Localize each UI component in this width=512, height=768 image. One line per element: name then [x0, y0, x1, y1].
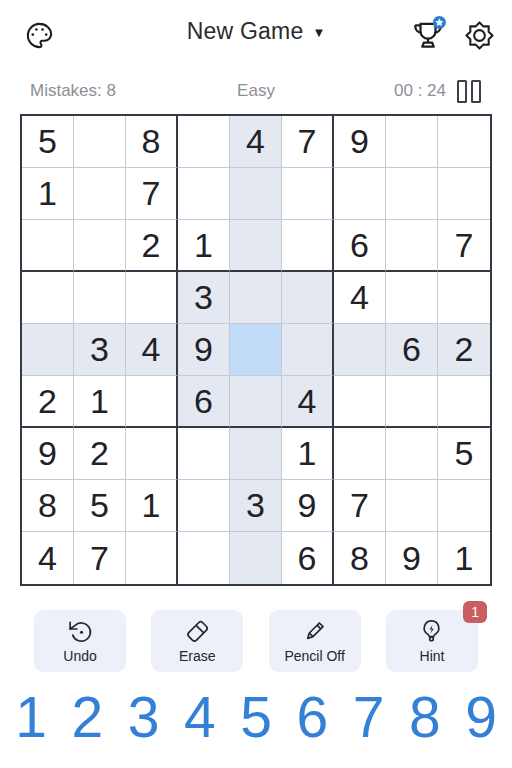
cell-r4c6[interactable]	[282, 272, 334, 324]
trophy-button[interactable]	[407, 15, 449, 55]
cell-r1c6[interactable]: 7	[282, 116, 334, 168]
cell-r1c7[interactable]: 9	[334, 116, 386, 168]
cell-r5c9[interactable]: 2	[438, 324, 490, 376]
cell-r1c3[interactable]: 8	[126, 116, 178, 168]
cell-r1c2[interactable]	[74, 116, 126, 168]
cell-r2c9[interactable]	[438, 168, 490, 220]
cell-r6c2[interactable]: 1	[74, 376, 126, 428]
cell-r8c3[interactable]: 1	[126, 480, 178, 532]
page-title: New Game	[187, 18, 304, 45]
cell-r7c6[interactable]: 1	[282, 428, 334, 480]
cell-r8c4[interactable]	[178, 480, 230, 532]
cell-r4c8[interactable]	[386, 272, 438, 324]
hint-button[interactable]: 1 Hint	[386, 610, 478, 672]
cell-r4c2[interactable]	[74, 272, 126, 324]
cell-r3c9[interactable]: 7	[438, 220, 490, 272]
cell-r5c7[interactable]	[334, 324, 386, 376]
cell-r4c9[interactable]	[438, 272, 490, 324]
number-pad: 123456789	[0, 686, 512, 748]
cell-r4c3[interactable]	[126, 272, 178, 324]
cell-r4c1[interactable]	[22, 272, 74, 324]
cell-r2c5[interactable]	[230, 168, 282, 220]
trophy-star-icon	[407, 15, 449, 55]
cell-r6c9[interactable]	[438, 376, 490, 428]
numpad-key-8[interactable]: 8	[408, 686, 442, 748]
cell-r5c1[interactable]	[22, 324, 74, 376]
numpad-key-9[interactable]: 9	[464, 686, 498, 748]
cell-r5c6[interactable]	[282, 324, 334, 376]
cell-r5c2[interactable]: 3	[74, 324, 126, 376]
difficulty-label: Easy	[237, 81, 275, 101]
hint-label: Hint	[420, 648, 445, 664]
erase-label: Erase	[179, 648, 216, 664]
numpad-key-6[interactable]: 6	[295, 686, 329, 748]
gear-icon	[463, 19, 496, 52]
numpad-key-7[interactable]: 7	[352, 686, 386, 748]
cell-r8c1[interactable]: 8	[22, 480, 74, 532]
cell-r7c9[interactable]: 5	[438, 428, 490, 480]
cell-r2c1[interactable]: 1	[22, 168, 74, 220]
cell-r3c1[interactable]	[22, 220, 74, 272]
status-bar: Mistakes: 8 Easy 00 : 24	[0, 78, 512, 104]
cell-r2c8[interactable]	[386, 168, 438, 220]
cell-r7c7[interactable]	[334, 428, 386, 480]
cell-r9c6[interactable]: 6	[282, 532, 334, 584]
cell-r4c4[interactable]: 3	[178, 272, 230, 324]
cell-r7c2[interactable]: 2	[74, 428, 126, 480]
cell-r7c8[interactable]	[386, 428, 438, 480]
cell-r2c4[interactable]	[178, 168, 230, 220]
chevron-down-icon: ▼	[312, 22, 325, 40]
cell-r8c7[interactable]: 7	[334, 480, 386, 532]
erase-button[interactable]: Erase	[151, 610, 243, 672]
cell-r7c1[interactable]: 9	[22, 428, 74, 480]
cell-r4c7[interactable]: 4	[334, 272, 386, 324]
cell-r9c3[interactable]	[126, 532, 178, 584]
cell-r3c3[interactable]: 2	[126, 220, 178, 272]
cell-r7c5[interactable]	[230, 428, 282, 480]
pencil-toggle-button[interactable]: Pencil Off	[269, 610, 361, 672]
numpad-key-5[interactable]: 5	[239, 686, 273, 748]
numpad-key-4[interactable]: 4	[183, 686, 217, 748]
cell-r6c1[interactable]: 2	[22, 376, 74, 428]
cell-r2c7[interactable]	[334, 168, 386, 220]
cell-r9c5[interactable]	[230, 532, 282, 584]
cell-r9c4[interactable]	[178, 532, 230, 584]
cell-r8c9[interactable]	[438, 480, 490, 532]
eraser-icon	[184, 618, 211, 645]
cell-r6c7[interactable]	[334, 376, 386, 428]
cell-r3c6[interactable]	[282, 220, 334, 272]
cell-r3c5[interactable]	[230, 220, 282, 272]
undo-button[interactable]: Undo	[34, 610, 126, 672]
cell-r5c5[interactable]	[230, 324, 282, 376]
cell-r4c5[interactable]	[230, 272, 282, 324]
cell-r7c3[interactable]	[126, 428, 178, 480]
cell-r1c8[interactable]	[386, 116, 438, 168]
cell-r5c8[interactable]: 6	[386, 324, 438, 376]
hint-badge: 1	[463, 601, 487, 623]
pencil-label: Pencil Off	[284, 648, 344, 664]
cell-r1c9[interactable]	[438, 116, 490, 168]
cell-r1c4[interactable]	[178, 116, 230, 168]
toolbar: Undo Erase Pencil Off 1	[0, 610, 512, 672]
cell-r6c5[interactable]	[230, 376, 282, 428]
cell-r6c4[interactable]: 6	[178, 376, 230, 428]
cell-r2c2[interactable]	[74, 168, 126, 220]
settings-button[interactable]	[463, 19, 496, 52]
cell-r3c2[interactable]	[74, 220, 126, 272]
cell-r3c4[interactable]: 1	[178, 220, 230, 272]
cell-r1c5[interactable]: 4	[230, 116, 282, 168]
pause-icon	[457, 80, 467, 103]
cell-r8c2[interactable]: 5	[74, 480, 126, 532]
undo-label: Undo	[63, 648, 96, 664]
cell-r6c8[interactable]	[386, 376, 438, 428]
palette-icon	[24, 20, 55, 51]
hint-bulb-icon	[418, 618, 445, 645]
new-game-dropdown[interactable]: New Game ▼	[187, 14, 326, 48]
mistakes-counter: Mistakes: 8	[30, 81, 116, 101]
cell-r5c3[interactable]: 4	[126, 324, 178, 376]
cell-r6c6[interactable]: 4	[282, 376, 334, 428]
pencil-icon	[301, 618, 328, 645]
top-bar: New Game ▼	[0, 0, 512, 56]
numpad-key-3[interactable]: 3	[127, 686, 161, 748]
numpad-key-1[interactable]: 1	[14, 686, 48, 748]
numpad-key-2[interactable]: 2	[70, 686, 104, 748]
cell-r5c4[interactable]: 9	[178, 324, 230, 376]
cell-r3c7[interactable]: 6	[334, 220, 386, 272]
cell-r8c8[interactable]	[386, 480, 438, 532]
cell-r6c3[interactable]	[126, 376, 178, 428]
cell-r9c9[interactable]: 1	[438, 532, 490, 584]
cell-r8c6[interactable]: 9	[282, 480, 334, 532]
cell-r3c8[interactable]	[386, 220, 438, 272]
theme-palette-button[interactable]	[24, 20, 55, 51]
pause-button[interactable]	[456, 79, 482, 104]
undo-icon	[67, 618, 94, 645]
timer: 00 : 24	[394, 81, 446, 101]
cell-r9c8[interactable]: 9	[386, 532, 438, 584]
cell-r1c1[interactable]: 5	[22, 116, 74, 168]
cell-r2c3[interactable]: 7	[126, 168, 178, 220]
cell-r7c4[interactable]	[178, 428, 230, 480]
cell-r2c6[interactable]	[282, 168, 334, 220]
cell-r9c1[interactable]: 4	[22, 532, 74, 584]
cell-r8c5[interactable]: 3	[230, 480, 282, 532]
mistakes-count: 8	[107, 81, 116, 100]
sudoku-board: 58479172167343496221649215851397476891	[20, 114, 492, 586]
cell-r9c7[interactable]: 8	[334, 532, 386, 584]
cell-r9c2[interactable]: 7	[74, 532, 126, 584]
